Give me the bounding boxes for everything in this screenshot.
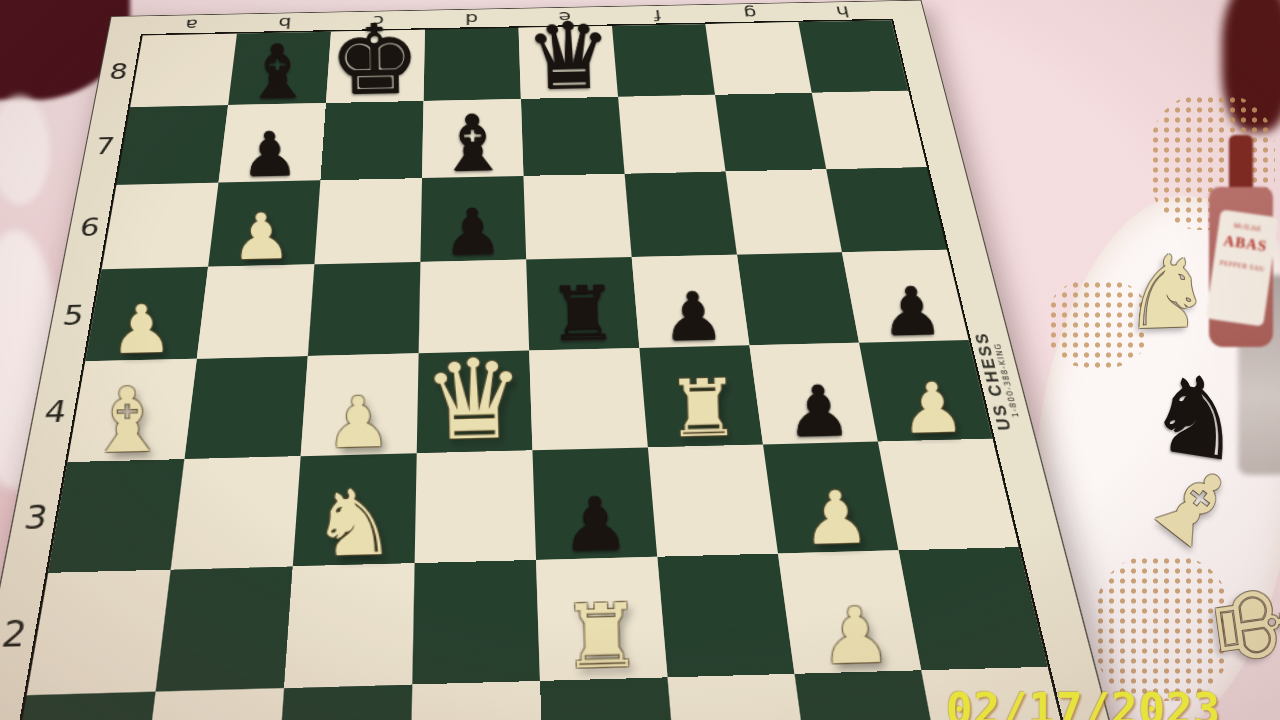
piece-black-pawn-e3: ♟ [561, 490, 631, 559]
piece-white-pawn-h4: ♟ [899, 376, 966, 441]
square-f5: ♟ [632, 255, 750, 348]
square-c5 [308, 262, 421, 356]
square-e4 [529, 348, 648, 450]
piece-black-bishop-b8: ♝ [242, 37, 313, 106]
piece-white-pawn-g3: ♟ [801, 484, 871, 553]
piece-black-queen-e8: ♛ [524, 15, 613, 101]
date-stamp: 02/17/2023 [946, 684, 1221, 720]
square-b7: ♟ [219, 103, 326, 183]
piece-white-queen-d4: ♛ [421, 350, 526, 454]
square-h2 [898, 547, 1047, 670]
square-d4: ♛ [417, 351, 533, 454]
piece-black-bishop-d7: ♝ [435, 107, 509, 179]
piece-black-pawn-f5: ♟ [661, 286, 725, 348]
board-grid: ♝♚♛♟♝♟♟♟♜♟♟♝♟♛♜♟♟♞♟♟♜♟ [3, 20, 1080, 720]
piece-white-pawn-a5: ♟ [110, 299, 173, 362]
square-d8 [424, 28, 521, 101]
square-a7 [116, 105, 228, 185]
square-g3: ♟ [763, 442, 898, 554]
square-h5: ♟ [842, 250, 969, 343]
piece-black-pawn-g4: ♟ [785, 379, 852, 445]
square-g7 [715, 93, 826, 172]
square-b2 [156, 566, 293, 691]
square-d2 [412, 560, 540, 685]
square-f8 [612, 24, 715, 97]
square-d1 [410, 681, 545, 720]
square-e7 [521, 97, 625, 176]
square-c6 [314, 178, 422, 264]
square-e8: ♛ [519, 26, 619, 99]
bottle-cap [1229, 135, 1253, 195]
square-e6 [523, 174, 631, 260]
piece-black-pawn-d6: ♟ [442, 203, 503, 263]
square-b8: ♝ [228, 32, 331, 105]
piece-white-pawn-c4: ♟ [325, 390, 391, 456]
square-h7 [812, 91, 927, 170]
file-label-e: e [518, 7, 612, 28]
square-a1 [3, 692, 156, 720]
piece-black-rook-e5: ♜ [547, 280, 619, 351]
square-c2 [284, 563, 414, 688]
square-d7: ♝ [422, 99, 523, 178]
square-e1 [540, 677, 679, 720]
square-h4: ♟ [859, 340, 992, 442]
square-c4: ♟ [301, 353, 419, 456]
square-c3: ♞ [293, 453, 417, 566]
square-a3 [48, 459, 184, 573]
square-a8 [130, 34, 237, 108]
square-g4: ♟ [749, 343, 877, 445]
photo-scene: { "game": "chess", "scene": "overhead ph… [0, 0, 1280, 720]
file-label-c: c [331, 11, 425, 32]
piece-white-pawn-g2: ♟ [819, 600, 893, 673]
square-a2 [27, 570, 171, 696]
square-b6: ♟ [208, 180, 320, 266]
square-h3 [878, 439, 1019, 551]
square-e5: ♜ [526, 257, 639, 351]
square-d3 [415, 450, 536, 563]
piece-black-pawn-b7: ♟ [241, 126, 299, 183]
piece-white-rook-f4: ♜ [666, 373, 742, 448]
file-label-b: b [237, 12, 332, 33]
square-d6: ♟ [420, 176, 526, 262]
piece-white-pawn-b6: ♟ [231, 207, 292, 267]
piece-white-knight-c3: ♞ [310, 480, 396, 566]
square-c7 [320, 101, 423, 180]
toppled-white-piece: ♚ [1202, 577, 1280, 674]
square-h8 [798, 20, 908, 93]
square-g5 [737, 252, 859, 345]
square-a4: ♝ [68, 359, 197, 462]
file-label-f: f [610, 5, 705, 26]
chess-board: abcdefgh 87654321 ♝♚♛♟♝♟♟♟♜♟♟♝♟♛♜♟♟♞♟♟♜♟… [0, 0, 1138, 720]
file-label-h: h [795, 1, 891, 22]
square-b1 [139, 688, 284, 720]
square-g8 [705, 22, 811, 95]
bottle-label-brand: ABAS [1216, 231, 1276, 256]
square-a5: ♟ [85, 267, 208, 361]
square-g2: ♟ [778, 550, 921, 673]
square-e3: ♟ [532, 447, 657, 559]
square-h6 [826, 167, 946, 252]
square-f7 [618, 95, 725, 174]
square-e2: ♜ [536, 557, 667, 681]
lace-patch [0, 95, 50, 205]
file-label-a: a [143, 14, 240, 35]
piece-white-rook-e2: ♜ [561, 597, 645, 680]
square-f1 [667, 674, 812, 720]
file-label-d: d [425, 9, 519, 30]
square-a6 [102, 183, 219, 270]
piece-white-bishop-a4: ♝ [85, 378, 169, 462]
bottle-label-bottom: PEPPER SAU [1213, 258, 1272, 274]
square-f2 [657, 554, 794, 678]
square-c8: ♚ [326, 30, 425, 103]
square-b4 [184, 356, 308, 459]
square-c1 [274, 684, 412, 720]
square-f4: ♜ [639, 345, 763, 447]
square-b5 [197, 264, 315, 358]
square-f3 [648, 445, 778, 557]
square-g6 [726, 169, 842, 254]
piece-black-pawn-h5: ♟ [880, 281, 944, 343]
captured-white-knight: ♞ [1120, 246, 1213, 339]
square-b3 [171, 456, 301, 569]
tabasco-bottle: McILHE ABAS PEPPER SAU [1205, 135, 1277, 350]
square-f6 [625, 171, 737, 257]
file-label-g: g [703, 3, 799, 24]
